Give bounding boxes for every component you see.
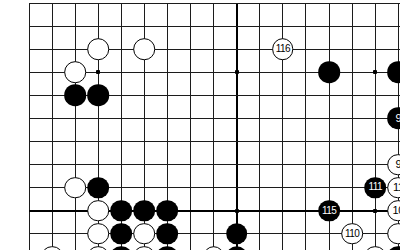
black-stone <box>111 246 133 250</box>
move-number: 9 <box>395 113 400 124</box>
white-stone <box>64 177 86 199</box>
grid-line-horizontal <box>29 164 400 165</box>
white-stone-move-11: 11 <box>387 177 400 199</box>
grid-line-horizontal <box>29 141 400 142</box>
black-stone <box>157 246 179 250</box>
black-stone-move-9: 9 <box>387 108 400 130</box>
white-stone <box>87 38 109 60</box>
grid-line-horizontal <box>29 26 400 27</box>
white-stone <box>134 38 156 60</box>
white-stone <box>203 246 225 250</box>
black-stone <box>318 61 340 83</box>
black-stone <box>157 223 179 245</box>
black-stone-move-115: 115 <box>318 200 340 222</box>
grid-line-vertical <box>75 3 76 250</box>
grid-line-vertical <box>375 3 376 250</box>
white-stone <box>64 61 86 83</box>
white-stone-move-110: 110 <box>341 223 363 245</box>
grid-line-vertical <box>259 3 260 250</box>
white-stone <box>87 223 109 245</box>
star-point <box>235 70 239 74</box>
move-number: 111 <box>368 183 381 193</box>
star-point <box>96 70 100 74</box>
grid-line-vertical <box>352 3 353 250</box>
black-stone <box>87 177 109 199</box>
white-stone <box>134 223 156 245</box>
white-stone-move-10: 10 <box>387 200 400 222</box>
white-stone <box>87 246 109 250</box>
move-number: 11 <box>393 182 400 193</box>
black-stone <box>134 200 156 222</box>
grid-line-horizontal <box>29 49 400 50</box>
black-stone <box>64 85 86 107</box>
grid-line-vertical <box>52 3 53 250</box>
white-stone <box>387 223 400 245</box>
go-board-diagram: 116991111111510110 <box>0 0 400 250</box>
move-number: 9 <box>395 159 400 170</box>
white-stone-move-9: 9 <box>387 154 400 176</box>
white-stone <box>87 200 109 222</box>
move-number: 10 <box>393 205 400 216</box>
black-stone <box>226 246 248 250</box>
grid-line-horizontal <box>29 210 400 212</box>
white-stone-move-116: 116 <box>272 38 294 60</box>
grid-line-horizontal <box>29 118 400 119</box>
star-point <box>373 209 377 213</box>
white-stone <box>41 246 63 250</box>
white-stone <box>364 246 386 250</box>
black-stone <box>87 85 109 107</box>
black-stone <box>157 200 179 222</box>
move-number: 115 <box>322 206 336 216</box>
white-stone <box>134 246 156 250</box>
grid-line-horizontal <box>29 3 400 4</box>
black-stone <box>387 61 400 83</box>
star-point <box>373 70 377 74</box>
grid-line-vertical <box>305 3 306 250</box>
black-stone <box>226 223 248 245</box>
grid-line-vertical <box>29 3 30 250</box>
move-number: 116 <box>276 44 290 54</box>
black-stone <box>111 223 133 245</box>
grid-line-vertical <box>236 3 238 250</box>
black-stone-move-111: 111 <box>364 177 386 199</box>
star-point <box>235 209 239 213</box>
black-stone <box>111 200 133 222</box>
black-stone <box>387 246 400 250</box>
move-number: 110 <box>345 229 359 239</box>
grid-line-vertical <box>213 3 214 250</box>
grid-line-vertical <box>190 3 191 250</box>
